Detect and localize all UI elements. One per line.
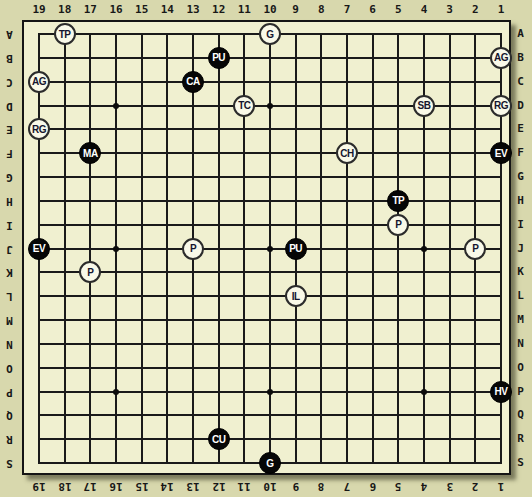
stone-label: RG (32, 124, 46, 135)
bottom-coordinate-9: 9 (284, 478, 308, 494)
star-point (421, 246, 427, 252)
star-point (113, 103, 119, 109)
stone-label: TC (238, 100, 250, 111)
stone-label: CA (186, 76, 199, 87)
stone-label: AG (32, 76, 46, 87)
right-coordinate-R: R (512, 431, 529, 447)
stone-white-sb-4D[interactable]: SB (413, 95, 435, 117)
top-coordinate-19: 19 (27, 2, 51, 18)
stone-label: RG (494, 100, 508, 111)
stone-label: PU (289, 243, 302, 254)
bottom-coordinate-12: 12 (207, 478, 231, 494)
stone-white-rg-19E[interactable]: RG (28, 118, 50, 140)
bottom-coordinate-1: 1 (489, 478, 513, 494)
left-coordinate-M: M (1, 312, 18, 328)
left-coordinate-O: O (1, 360, 18, 376)
grid-line-horizontal (38, 367, 502, 369)
top-coordinate-4: 4 (412, 2, 436, 18)
left-coordinate-Q: Q (1, 407, 18, 423)
left-coordinate-R: R (1, 431, 18, 447)
right-coordinate-A: A (512, 26, 529, 42)
right-coordinate-Q: Q (512, 407, 529, 423)
right-coordinate-L: L (512, 288, 529, 304)
left-coordinate-P: P (1, 384, 18, 400)
bottom-coordinate-6: 6 (361, 478, 385, 494)
grid-line-horizontal (38, 343, 502, 345)
left-coordinate-B: B (1, 50, 18, 66)
right-coordinate-P: P (512, 384, 529, 400)
bottom-coordinate-15: 15 (130, 478, 154, 494)
bottom-coordinate-2: 2 (463, 478, 487, 494)
top-coordinate-9: 9 (284, 2, 308, 18)
star-point (267, 246, 273, 252)
right-coordinate-G: G (512, 169, 529, 185)
go-board[interactable]: TPGPUAGAGCATCSBRGRGMACHEVTPPEVPPUPPILHVC… (22, 20, 511, 475)
bottom-coordinate-13: 13 (181, 478, 205, 494)
right-coordinate-I: I (512, 217, 529, 233)
star-point (421, 389, 427, 395)
stone-white-p-5I[interactable]: P (387, 214, 409, 236)
stone-label: P (87, 267, 93, 278)
right-coordinate-D: D (512, 98, 529, 114)
top-coordinate-2: 2 (463, 2, 487, 18)
stone-label: G (266, 458, 273, 469)
stone-label: SB (418, 100, 431, 111)
right-coordinate-F: F (512, 145, 529, 161)
stone-white-tp-18A[interactable]: TP (54, 23, 76, 45)
stone-white-ag-19C[interactable]: AG (28, 71, 50, 93)
stone-white-rg-1D[interactable]: RG (490, 95, 512, 117)
stone-black-ev-19J[interactable]: EV (28, 238, 50, 260)
top-coordinate-17: 17 (78, 2, 102, 18)
grid-line-horizontal (38, 438, 502, 440)
left-coordinate-D: D (1, 98, 18, 114)
grid-line-vertical (449, 33, 451, 464)
top-coordinate-7: 7 (335, 2, 359, 18)
left-coordinate-G: G (1, 169, 18, 185)
top-coordinate-8: 8 (309, 2, 333, 18)
go-board-page: 19181716151413121110987654321 1918171615… (0, 0, 532, 497)
bottom-coordinate-16: 16 (104, 478, 128, 494)
stone-black-ma-17F[interactable]: MA (79, 142, 101, 164)
right-coordinate-M: M (512, 312, 529, 328)
top-coordinate-1: 1 (489, 2, 513, 18)
bottom-coordinate-5: 5 (386, 478, 410, 494)
grid-line-vertical (320, 33, 322, 464)
bottom-coordinate-17: 17 (78, 478, 102, 494)
stone-label: PU (212, 52, 225, 63)
star-point (113, 246, 119, 252)
grid-line-vertical (372, 33, 374, 464)
bottom-coordinate-14: 14 (155, 478, 179, 494)
left-coordinate-J: J (1, 241, 18, 257)
top-coordinate-12: 12 (207, 2, 231, 18)
stone-black-tp-5H[interactable]: TP (387, 190, 409, 212)
star-point (113, 389, 119, 395)
stone-white-il-9L[interactable]: IL (285, 285, 307, 307)
stone-label: HV (495, 386, 508, 397)
bottom-coordinate-10: 10 (258, 478, 282, 494)
left-coordinate-N: N (1, 336, 18, 352)
left-coordinate-F: F (1, 145, 18, 161)
stone-label: G (266, 29, 273, 40)
grid-line-vertical (346, 33, 348, 464)
right-coordinate-N: N (512, 336, 529, 352)
stone-label: P (395, 219, 401, 230)
grid-line-vertical (397, 33, 399, 464)
bottom-coordinate-11: 11 (232, 478, 256, 494)
stone-white-ch-7F[interactable]: CH (336, 142, 358, 164)
top-coordinate-11: 11 (232, 2, 256, 18)
stone-label: P (190, 243, 196, 254)
stone-label: EV (33, 243, 45, 254)
right-coordinate-S: S (512, 455, 529, 471)
star-point (267, 389, 273, 395)
grid-line-horizontal (38, 414, 502, 416)
stone-label: IL (292, 291, 300, 302)
stone-label: EV (495, 148, 507, 159)
stone-label: TP (59, 29, 71, 40)
right-coordinate-H: H (512, 193, 529, 209)
stone-white-g-10A[interactable]: G (259, 23, 281, 45)
stone-label: TP (392, 195, 404, 206)
right-coordinate-J: J (512, 241, 529, 257)
top-coordinate-14: 14 (155, 2, 179, 18)
left-coordinate-L: L (1, 288, 18, 304)
bottom-coordinate-18: 18 (53, 478, 77, 494)
right-coordinate-B: B (512, 50, 529, 66)
stone-black-pu-12B[interactable]: PU (208, 47, 230, 69)
bottom-coordinate-3: 3 (438, 478, 462, 494)
grid-line-horizontal (38, 271, 502, 273)
left-coordinate-K: K (1, 264, 18, 280)
top-coordinate-3: 3 (438, 2, 462, 18)
left-coordinate-I: I (1, 217, 18, 233)
stone-label: CH (340, 148, 353, 159)
left-coordinate-E: E (1, 121, 18, 137)
left-coordinate-H: H (1, 193, 18, 209)
stone-black-hv-1P[interactable]: HV (490, 381, 512, 403)
right-coordinate-K: K (512, 264, 529, 280)
stone-white-p-2J[interactable]: P (464, 238, 486, 260)
stone-white-p-13J[interactable]: P (182, 238, 204, 260)
top-coordinate-16: 16 (104, 2, 128, 18)
left-coordinate-C: C (1, 74, 18, 90)
top-coordinate-15: 15 (130, 2, 154, 18)
stone-black-pu-9J[interactable]: PU (285, 238, 307, 260)
stone-white-p-17K[interactable]: P (79, 261, 101, 283)
left-coordinate-S: S (1, 455, 18, 471)
stone-label: MA (83, 148, 98, 159)
left-coordinate-A: A (1, 26, 18, 42)
top-coordinate-13: 13 (181, 2, 205, 18)
bottom-coordinate-7: 7 (335, 478, 359, 494)
top-coordinate-5: 5 (386, 2, 410, 18)
top-coordinate-10: 10 (258, 2, 282, 18)
stone-label: AG (494, 52, 508, 63)
star-point (267, 103, 273, 109)
grid-line-horizontal (38, 319, 502, 321)
right-coordinate-C: C (512, 74, 529, 90)
stone-label: P (472, 243, 478, 254)
stone-black-cu-12R[interactable]: CU (208, 428, 230, 450)
bottom-coordinate-19: 19 (27, 478, 51, 494)
stone-label: CU (212, 434, 225, 445)
grid-line-horizontal (38, 295, 502, 297)
stone-black-g-10S[interactable]: G (259, 452, 281, 474)
stone-black-ev-1F[interactable]: EV (490, 142, 512, 164)
stone-white-ag-1B[interactable]: AG (490, 47, 512, 69)
top-coordinate-6: 6 (361, 2, 385, 18)
right-coordinate-E: E (512, 121, 529, 137)
right-coordinate-O: O (512, 360, 529, 376)
bottom-coordinate-4: 4 (412, 478, 436, 494)
stone-black-ca-13C[interactable]: CA (182, 71, 204, 93)
stone-white-tc-11D[interactable]: TC (233, 95, 255, 117)
top-coordinate-18: 18 (53, 2, 77, 18)
bottom-coordinate-8: 8 (309, 478, 333, 494)
